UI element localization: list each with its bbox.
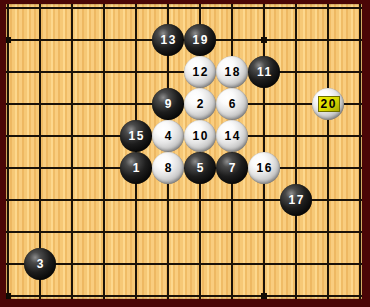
stone-white-move-10[interactable]: 10 bbox=[184, 120, 216, 152]
move-number: 18 bbox=[225, 66, 241, 78]
go-board[interactable]: 1234567891011121314151617181920 bbox=[0, 0, 370, 307]
star-point-2 bbox=[5, 293, 11, 299]
stone-black-move-17[interactable]: 17 bbox=[280, 184, 312, 216]
stone-black-move-5[interactable]: 5 bbox=[184, 152, 216, 184]
move-number: 5 bbox=[197, 162, 205, 174]
stone-black-move-19[interactable]: 19 bbox=[184, 24, 216, 56]
move-number: 10 bbox=[193, 130, 209, 142]
move-number: 14 bbox=[225, 130, 241, 142]
move-number: 20 bbox=[318, 96, 340, 112]
stone-black-move-3[interactable]: 3 bbox=[24, 248, 56, 280]
grid-line-vertical-0 bbox=[7, 0, 9, 307]
move-number: 4 bbox=[165, 130, 173, 142]
move-number: 17 bbox=[289, 194, 305, 206]
stone-black-move-7[interactable]: 7 bbox=[216, 152, 248, 184]
star-point-0 bbox=[5, 37, 11, 43]
stone-black-move-13[interactable]: 13 bbox=[152, 24, 184, 56]
grid-line-horizontal-9 bbox=[0, 295, 370, 297]
move-number: 11 bbox=[257, 66, 273, 78]
grid-line-vertical-3 bbox=[103, 0, 105, 307]
move-number: 13 bbox=[161, 34, 177, 46]
move-number: 1 bbox=[133, 162, 141, 174]
stone-black-move-1[interactable]: 1 bbox=[120, 152, 152, 184]
move-number: 12 bbox=[193, 66, 209, 78]
grid-line-horizontal-6 bbox=[0, 199, 370, 201]
move-number: 19 bbox=[193, 34, 209, 46]
move-number: 8 bbox=[165, 162, 173, 174]
stone-white-move-2[interactable]: 2 bbox=[184, 88, 216, 120]
star-point-1 bbox=[261, 37, 267, 43]
stone-black-move-9[interactable]: 9 bbox=[152, 88, 184, 120]
stone-white-move-6[interactable]: 6 bbox=[216, 88, 248, 120]
move-number: 3 bbox=[37, 258, 45, 270]
stone-black-move-15[interactable]: 15 bbox=[120, 120, 152, 152]
grid-line-vertical-11 bbox=[359, 0, 361, 307]
move-number: 16 bbox=[257, 162, 273, 174]
stone-white-move-18[interactable]: 18 bbox=[216, 56, 248, 88]
stone-white-move-12[interactable]: 12 bbox=[184, 56, 216, 88]
stone-white-move-4[interactable]: 4 bbox=[152, 120, 184, 152]
stone-white-move-8[interactable]: 8 bbox=[152, 152, 184, 184]
stone-white-move-20[interactable]: 20 bbox=[312, 88, 344, 120]
stone-black-move-11[interactable]: 11 bbox=[248, 56, 280, 88]
stone-white-move-14[interactable]: 14 bbox=[216, 120, 248, 152]
stone-white-move-16[interactable]: 16 bbox=[248, 152, 280, 184]
grid-line-vertical-9 bbox=[295, 0, 297, 307]
grid-line-vertical-2 bbox=[71, 0, 73, 307]
move-number: 15 bbox=[129, 130, 145, 142]
move-number: 7 bbox=[229, 162, 237, 174]
grid-line-horizontal-0 bbox=[0, 7, 370, 9]
move-number: 2 bbox=[197, 98, 205, 110]
star-point-3 bbox=[261, 293, 267, 299]
gomoku-diagram: 1234567891011121314151617181920 bbox=[0, 0, 370, 307]
grid-line-horizontal-7 bbox=[0, 231, 370, 233]
grid-line-vertical-10 bbox=[327, 0, 329, 307]
move-number: 9 bbox=[165, 98, 173, 110]
move-number: 6 bbox=[229, 98, 237, 110]
